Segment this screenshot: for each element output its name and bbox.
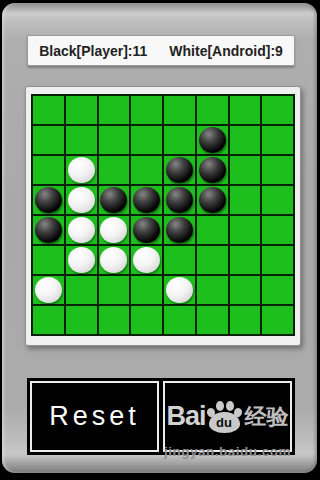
black-disc xyxy=(100,187,127,213)
cell-g7[interactable] xyxy=(230,276,261,304)
score-panel: Black[Player]:11 White[Android]:9 xyxy=(27,35,295,66)
cell-g4[interactable] xyxy=(230,186,261,214)
cell-b2[interactable] xyxy=(66,126,97,154)
cell-h5[interactable] xyxy=(262,216,293,244)
cell-d4[interactable] xyxy=(131,186,162,214)
white-disc xyxy=(166,277,193,303)
reset-button[interactable]: Reset xyxy=(30,381,159,452)
cell-g3[interactable] xyxy=(230,156,261,184)
cell-h2[interactable] xyxy=(262,126,293,154)
cell-h4[interactable] xyxy=(262,186,293,214)
black-disc xyxy=(35,217,62,243)
app-background: Black[Player]:11 White[Android]:9 Reset … xyxy=(2,3,317,473)
cell-h8[interactable] xyxy=(262,306,293,334)
black-disc xyxy=(199,157,226,183)
cell-c7[interactable] xyxy=(99,276,130,304)
cell-d6[interactable] xyxy=(131,246,162,274)
white-disc xyxy=(68,247,95,273)
baidu-logo-bai: Bai xyxy=(166,401,205,432)
cell-f1[interactable] xyxy=(197,96,228,124)
black-disc xyxy=(35,187,62,213)
cell-a2[interactable] xyxy=(33,126,64,154)
cell-b6[interactable] xyxy=(66,246,97,274)
cell-h7[interactable] xyxy=(262,276,293,304)
score-white-label: White[Android]:9 xyxy=(169,43,283,59)
cell-h3[interactable] xyxy=(262,156,293,184)
cell-a5[interactable] xyxy=(33,216,64,244)
cell-g8[interactable] xyxy=(230,306,261,334)
white-disc xyxy=(133,247,160,273)
cell-e2[interactable] xyxy=(164,126,195,154)
game-board-frame xyxy=(25,86,301,346)
black-disc xyxy=(133,217,160,243)
cell-c2[interactable] xyxy=(99,126,130,154)
cell-c4[interactable] xyxy=(99,186,130,214)
cell-a4[interactable] xyxy=(33,186,64,214)
cell-a6[interactable] xyxy=(33,246,64,274)
white-disc xyxy=(100,217,127,243)
cell-f4[interactable] xyxy=(197,186,228,214)
cell-g1[interactable] xyxy=(230,96,261,124)
white-disc xyxy=(100,247,127,273)
baidu-logo: Bai du 经验 xyxy=(166,400,288,433)
cell-e3[interactable] xyxy=(164,156,195,184)
baidu-watermark: Bai du 经验 jingyan.baidu.com xyxy=(163,381,292,452)
cell-d2[interactable] xyxy=(131,126,162,154)
cell-a8[interactable] xyxy=(33,306,64,334)
cell-c8[interactable] xyxy=(99,306,130,334)
black-disc xyxy=(166,217,193,243)
cell-d5[interactable] xyxy=(131,216,162,244)
baidu-paw-icon: du xyxy=(207,400,242,433)
baidu-logo-jingyan: 经验 xyxy=(245,402,289,432)
cell-c1[interactable] xyxy=(99,96,130,124)
cell-f7[interactable] xyxy=(197,276,228,304)
cell-e8[interactable] xyxy=(164,306,195,334)
score-black-label: Black[Player]:11 xyxy=(39,43,147,59)
cell-a7[interactable] xyxy=(33,276,64,304)
cell-g5[interactable] xyxy=(230,216,261,244)
cell-b4[interactable] xyxy=(66,186,97,214)
bottom-controls: Reset Bai du 经验 jingyan.baidu.com xyxy=(27,378,295,455)
black-disc xyxy=(199,127,226,153)
cell-f2[interactable] xyxy=(197,126,228,154)
black-disc xyxy=(199,187,226,213)
cell-b7[interactable] xyxy=(66,276,97,304)
reset-button-label: Reset xyxy=(49,401,140,432)
cell-b5[interactable] xyxy=(66,216,97,244)
cell-c3[interactable] xyxy=(99,156,130,184)
cell-c6[interactable] xyxy=(99,246,130,274)
cell-f3[interactable] xyxy=(197,156,228,184)
cell-a3[interactable] xyxy=(33,156,64,184)
white-disc xyxy=(68,187,95,213)
watermark-url: jingyan.baidu.com xyxy=(159,444,296,459)
black-disc xyxy=(133,187,160,213)
white-disc xyxy=(68,217,95,243)
cell-e5[interactable] xyxy=(164,216,195,244)
black-disc xyxy=(166,187,193,213)
baidu-logo-du: du xyxy=(216,415,232,430)
cell-d1[interactable] xyxy=(131,96,162,124)
cell-e7[interactable] xyxy=(164,276,195,304)
cell-a1[interactable] xyxy=(33,96,64,124)
cell-f6[interactable] xyxy=(197,246,228,274)
cell-f5[interactable] xyxy=(197,216,228,244)
white-disc xyxy=(68,157,95,183)
white-disc xyxy=(35,277,62,303)
black-disc xyxy=(166,157,193,183)
cell-b3[interactable] xyxy=(66,156,97,184)
cell-h6[interactable] xyxy=(262,246,293,274)
board[interactable] xyxy=(31,94,295,336)
cell-e1[interactable] xyxy=(164,96,195,124)
cell-h1[interactable] xyxy=(262,96,293,124)
cell-e4[interactable] xyxy=(164,186,195,214)
cell-f8[interactable] xyxy=(197,306,228,334)
cell-b8[interactable] xyxy=(66,306,97,334)
cell-g6[interactable] xyxy=(230,246,261,274)
cell-d7[interactable] xyxy=(131,276,162,304)
cell-d3[interactable] xyxy=(131,156,162,184)
cell-d8[interactable] xyxy=(131,306,162,334)
cell-g2[interactable] xyxy=(230,126,261,154)
cell-c5[interactable] xyxy=(99,216,130,244)
cell-e6[interactable] xyxy=(164,246,195,274)
cell-b1[interactable] xyxy=(66,96,97,124)
